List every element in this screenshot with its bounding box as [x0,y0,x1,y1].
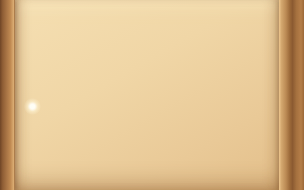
xiangqi-jieqi-board: ✦ [0,0,304,190]
wood-frame-left [0,0,15,190]
board-grid-lines [0,0,304,190]
wood-frame-right [279,0,304,190]
glow-marker: ✦ [24,98,41,115]
sparkle-icon: ✦ [24,98,41,115]
board-surface[interactable]: ✦ [15,0,279,190]
